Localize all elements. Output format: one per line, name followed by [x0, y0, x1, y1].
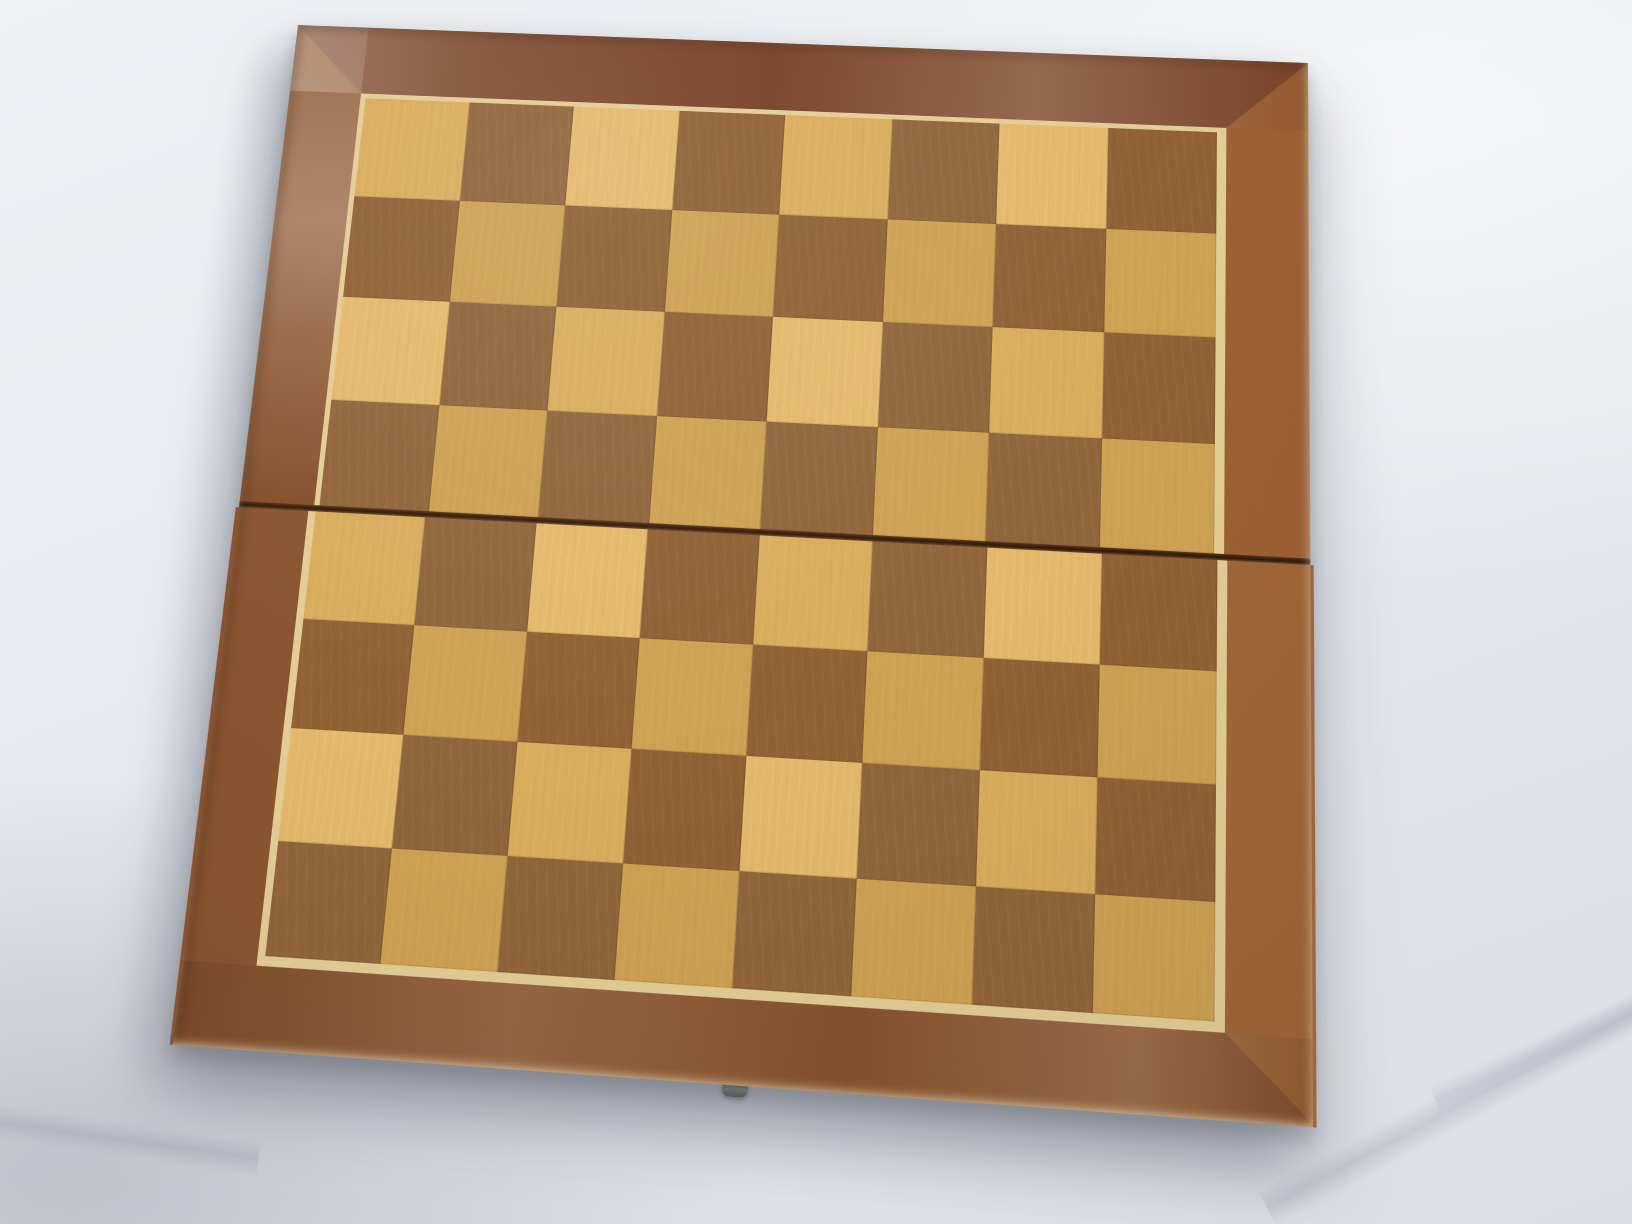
square-h1[interactable]: [1093, 894, 1216, 1022]
square-a6[interactable]: [331, 297, 449, 405]
square-h2[interactable]: [1095, 777, 1216, 901]
square-e5[interactable]: [760, 422, 877, 536]
square-c3[interactable]: [517, 631, 639, 749]
board-top-half: [240, 25, 1311, 559]
square-b5[interactable]: [428, 405, 547, 517]
square-g2[interactable]: [976, 770, 1098, 893]
square-d2[interactable]: [623, 749, 747, 871]
square-b2[interactable]: [392, 735, 517, 856]
square-e6[interactable]: [767, 317, 883, 427]
square-e2[interactable]: [740, 756, 863, 878]
square-b1[interactable]: [381, 848, 507, 972]
square-f3[interactable]: [862, 651, 983, 770]
board-field-top: [319, 98, 1216, 553]
square-g8[interactable]: [996, 124, 1108, 229]
square-b7[interactable]: [449, 201, 565, 307]
square-a5[interactable]: [319, 400, 439, 511]
square-d8[interactable]: [672, 111, 785, 215]
square-h4[interactable]: [1100, 554, 1218, 671]
square-c4[interactable]: [527, 523, 648, 637]
square-h3[interactable]: [1097, 664, 1216, 785]
square-a8[interactable]: [354, 98, 469, 201]
square-c8[interactable]: [565, 107, 679, 210]
square-f5[interactable]: [872, 427, 989, 541]
square-g4[interactable]: [983, 548, 1102, 665]
photo-scene: [0, 0, 1632, 1224]
square-f2[interactable]: [857, 763, 979, 886]
square-f8[interactable]: [887, 119, 999, 224]
square-d5[interactable]: [649, 416, 767, 529]
square-a3[interactable]: [291, 618, 415, 735]
square-a1[interactable]: [265, 841, 392, 964]
fabric-crease: [1470, 0, 1632, 130]
square-f7[interactable]: [882, 219, 996, 327]
square-h6[interactable]: [1102, 332, 1216, 444]
square-h8[interactable]: [1106, 128, 1217, 234]
square-b6[interactable]: [439, 302, 556, 411]
square-d7[interactable]: [664, 210, 779, 317]
square-e7[interactable]: [773, 215, 887, 322]
square-g5[interactable]: [985, 433, 1101, 548]
square-c2[interactable]: [507, 742, 631, 863]
square-e3[interactable]: [746, 644, 867, 763]
square-g1[interactable]: [972, 886, 1095, 1013]
square-h7[interactable]: [1104, 229, 1217, 338]
square-a4[interactable]: [304, 511, 426, 624]
square-e4[interactable]: [753, 535, 873, 650]
square-f6[interactable]: [877, 322, 992, 433]
square-f1[interactable]: [852, 878, 976, 1005]
pinstripe-inlay: [256, 511, 1227, 1033]
square-e1[interactable]: [732, 871, 857, 997]
square-h5[interactable]: [1099, 438, 1214, 553]
board-field-bottom: [265, 511, 1217, 1021]
square-e8[interactable]: [779, 115, 892, 219]
square-c7[interactable]: [556, 205, 671, 311]
square-a2[interactable]: [278, 728, 403, 848]
board-bottom-half: [170, 507, 1317, 1127]
square-g3[interactable]: [979, 657, 1099, 777]
square-b3[interactable]: [404, 625, 527, 742]
square-c6[interactable]: [547, 307, 664, 416]
fabric-crease: [1429, 938, 1632, 1115]
square-c5[interactable]: [538, 411, 656, 523]
fabric-crease: [0, 1099, 261, 1176]
square-g7[interactable]: [993, 224, 1106, 332]
square-a7[interactable]: [343, 196, 459, 301]
square-g6[interactable]: [989, 327, 1104, 438]
pinstripe-inlay: [314, 93, 1226, 554]
square-d3[interactable]: [631, 638, 753, 756]
square-d1[interactable]: [614, 863, 739, 988]
chess-board: [173, 25, 1313, 1127]
square-d4[interactable]: [640, 529, 760, 644]
square-d6[interactable]: [657, 312, 773, 422]
square-b8[interactable]: [459, 102, 573, 205]
square-b4[interactable]: [415, 517, 536, 631]
square-f4[interactable]: [868, 541, 987, 657]
square-c1[interactable]: [497, 855, 623, 980]
